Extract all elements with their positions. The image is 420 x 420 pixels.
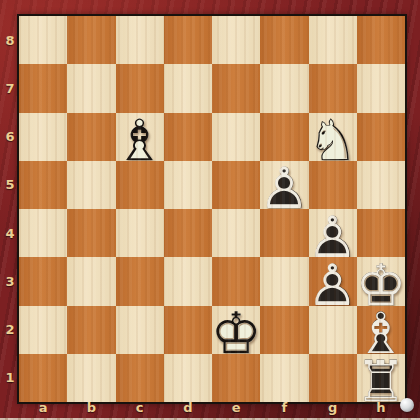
square-g1[interactable]: [309, 354, 357, 402]
square-e7[interactable]: [212, 64, 260, 112]
square-f3[interactable]: [260, 257, 308, 305]
square-d6[interactable]: [164, 113, 212, 161]
file-label-c: c: [116, 400, 164, 414]
rank-label-1: 1: [0, 354, 17, 402]
file-label-f: f: [260, 400, 308, 414]
square-e5[interactable]: [212, 161, 260, 209]
rank-label-6: 6: [0, 113, 17, 161]
square-b2[interactable]: [67, 306, 115, 354]
square-c8[interactable]: [116, 16, 164, 64]
file-label-e: e: [212, 400, 260, 414]
square-h7[interactable]: [357, 64, 405, 112]
square-b6[interactable]: [67, 113, 115, 161]
white-knight[interactable]: ♞♘: [309, 113, 357, 161]
white-king-outline-glyph: ♔: [212, 310, 260, 358]
square-a6[interactable]: [19, 113, 67, 161]
square-c5[interactable]: [116, 161, 164, 209]
white-to-move-indicator: [400, 398, 414, 412]
square-h2[interactable]: ♝♗: [357, 306, 405, 354]
square-c3[interactable]: [116, 257, 164, 305]
white-knight-outline-glyph: ♘: [309, 117, 357, 165]
file-label-a: a: [19, 400, 67, 414]
square-h6[interactable]: [357, 113, 405, 161]
square-e2[interactable]: ♚♔: [212, 306, 260, 354]
file-label-g: g: [309, 400, 357, 414]
square-a1[interactable]: [19, 354, 67, 402]
square-f8[interactable]: [260, 16, 308, 64]
square-b4[interactable]: [67, 209, 115, 257]
square-a7[interactable]: [19, 64, 67, 112]
white-bishop-outline-glyph: ♗: [116, 117, 164, 165]
square-d4[interactable]: [164, 209, 212, 257]
square-h1[interactable]: ♜♖: [357, 354, 405, 402]
square-f1[interactable]: [260, 354, 308, 402]
rank-label-7: 7: [0, 64, 17, 112]
square-c4[interactable]: [116, 209, 164, 257]
square-e6[interactable]: [212, 113, 260, 161]
white-king[interactable]: ♚♔: [212, 306, 260, 354]
square-f2[interactable]: [260, 306, 308, 354]
square-c2[interactable]: [116, 306, 164, 354]
square-h3[interactable]: ♚♔: [357, 257, 405, 305]
square-e8[interactable]: [212, 16, 260, 64]
square-g6[interactable]: ♞♘: [309, 113, 357, 161]
square-c1[interactable]: [116, 354, 164, 402]
square-f6[interactable]: [260, 113, 308, 161]
rank-labels: 87654321: [0, 16, 17, 402]
rank-label-8: 8: [0, 16, 17, 64]
file-label-h: h: [357, 400, 405, 414]
square-b7[interactable]: [67, 64, 115, 112]
square-d2[interactable]: [164, 306, 212, 354]
square-d8[interactable]: [164, 16, 212, 64]
square-d5[interactable]: [164, 161, 212, 209]
chess-board-widget: ♝♗♞♘♟♙♟♙♟♙♚♔♚♔♝♗♜♖ 87654321 abcdefgh: [0, 0, 420, 420]
square-g3[interactable]: ♟♙: [309, 257, 357, 305]
square-h8[interactable]: [357, 16, 405, 64]
black-pawn[interactable]: ♟♙: [309, 257, 357, 305]
square-e4[interactable]: [212, 209, 260, 257]
rank-label-3: 3: [0, 257, 17, 305]
square-g5[interactable]: [309, 161, 357, 209]
square-d1[interactable]: [164, 354, 212, 402]
square-a2[interactable]: [19, 306, 67, 354]
square-a3[interactable]: [19, 257, 67, 305]
square-g4[interactable]: ♟♙: [309, 209, 357, 257]
square-f5[interactable]: ♟♙: [260, 161, 308, 209]
square-c7[interactable]: [116, 64, 164, 112]
square-b3[interactable]: [67, 257, 115, 305]
rank-label-4: 4: [0, 209, 17, 257]
black-king[interactable]: ♚♔: [357, 257, 405, 305]
square-a8[interactable]: [19, 16, 67, 64]
square-b1[interactable]: [67, 354, 115, 402]
square-g7[interactable]: [309, 64, 357, 112]
square-h5[interactable]: [357, 161, 405, 209]
square-f4[interactable]: [260, 209, 308, 257]
file-labels: abcdefgh: [19, 400, 405, 414]
file-label-b: b: [67, 400, 115, 414]
black-pawn[interactable]: ♟♙: [309, 209, 357, 257]
black-pawn-outline-glyph: ♙: [309, 261, 357, 309]
chess-board: ♝♗♞♘♟♙♟♙♟♙♚♔♚♔♝♗♜♖: [17, 14, 407, 404]
square-a5[interactable]: [19, 161, 67, 209]
square-b5[interactable]: [67, 161, 115, 209]
black-bishop[interactable]: ♝♗: [357, 306, 405, 354]
square-b8[interactable]: [67, 16, 115, 64]
rank-label-5: 5: [0, 161, 17, 209]
square-c6[interactable]: ♝♗: [116, 113, 164, 161]
square-g8[interactable]: [309, 16, 357, 64]
rank-label-2: 2: [0, 306, 17, 354]
square-g2[interactable]: [309, 306, 357, 354]
square-e1[interactable]: [212, 354, 260, 402]
file-label-d: d: [164, 400, 212, 414]
square-d7[interactable]: [164, 64, 212, 112]
square-f7[interactable]: [260, 64, 308, 112]
black-pawn-outline-glyph: ♙: [260, 165, 308, 213]
white-bishop[interactable]: ♝♗: [116, 113, 164, 161]
square-h4[interactable]: [357, 209, 405, 257]
square-d3[interactable]: [164, 257, 212, 305]
black-rook[interactable]: ♜♖: [357, 354, 405, 402]
black-pawn[interactable]: ♟♙: [260, 161, 308, 209]
square-a4[interactable]: [19, 209, 67, 257]
square-e3[interactable]: [212, 257, 260, 305]
